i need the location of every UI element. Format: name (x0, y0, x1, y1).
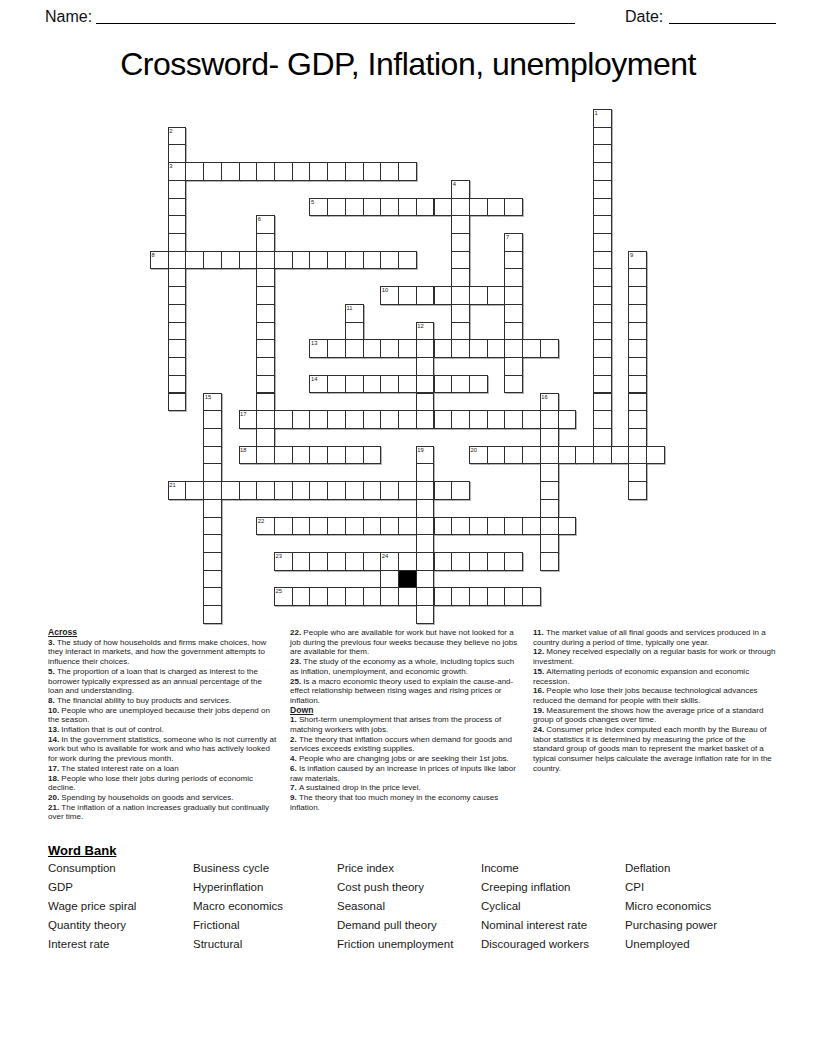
grid-cell[interactable] (434, 286, 453, 305)
grid-cell[interactable] (185, 481, 204, 500)
grid-cell[interactable] (434, 410, 453, 429)
grid-cell[interactable] (380, 162, 399, 181)
grid-cell[interactable] (274, 162, 293, 181)
grid-cell[interactable] (239, 251, 258, 270)
grid-cell[interactable] (327, 339, 346, 358)
grid-cell[interactable] (345, 481, 364, 500)
clue-number: 12 (417, 323, 423, 329)
grid-cell[interactable] (593, 357, 612, 376)
clue-number: 7 (506, 234, 509, 240)
grid-cell[interactable] (558, 517, 577, 536)
grid-cell[interactable] (593, 251, 612, 270)
clue-number: 11 (346, 305, 352, 311)
grid-cell[interactable] (504, 587, 523, 606)
grid-cell[interactable] (451, 410, 470, 429)
grid-cell[interactable] (593, 198, 612, 217)
grid-cell[interactable] (628, 322, 647, 341)
clue-number: 21 (169, 482, 175, 488)
grid-cell[interactable] (380, 570, 399, 589)
grid-cell[interactable] (168, 215, 187, 234)
grid-cell[interactable] (451, 552, 470, 571)
grid-cell[interactable] (327, 410, 346, 429)
grid-cell[interactable] (522, 410, 541, 429)
grid-cell[interactable] (256, 393, 275, 412)
grid-cell[interactable] (168, 251, 187, 270)
grid-cell[interactable] (256, 322, 275, 341)
grid-cell[interactable] (451, 251, 470, 270)
grid-cell[interactable] (540, 534, 559, 553)
grid-cell[interactable] (416, 375, 435, 394)
grid-cell[interactable] (327, 446, 346, 465)
grid-cell[interactable] (292, 552, 311, 571)
grid-cell[interactable] (416, 357, 435, 376)
grid-cell[interactable] (398, 552, 417, 571)
down-clue-1: 1. Short-term unemployment that arises f… (290, 715, 521, 734)
grid-cell[interactable] (434, 375, 453, 394)
word-bank-word: Price index (337, 862, 481, 881)
grid-cell[interactable] (292, 410, 311, 429)
grid-cell[interactable] (168, 339, 187, 358)
grid-cell[interactable] (451, 587, 470, 606)
grid-cell[interactable] (593, 286, 612, 305)
grid-cell[interactable] (416, 587, 435, 606)
grid-cell[interactable] (451, 268, 470, 287)
grid-cell[interactable] (522, 587, 541, 606)
grid-cell[interactable] (380, 339, 399, 358)
grid-cell[interactable] (309, 410, 328, 429)
down-clue-4: 4. People who are changing jobs or are s… (290, 754, 521, 764)
grid-cell[interactable] (398, 251, 417, 270)
grid-cell[interactable] (309, 162, 328, 181)
grid-cell[interactable] (256, 446, 275, 465)
grid-cell[interactable] (203, 534, 222, 553)
word-bank-word: Interest rate (48, 938, 193, 957)
grid-cell[interactable] (451, 286, 470, 305)
grid-cell[interactable] (504, 286, 523, 305)
grid-cell[interactable] (504, 198, 523, 217)
grid-cell[interactable] (185, 251, 204, 270)
grid-cell[interactable] (469, 410, 488, 429)
grid-cell[interactable] (593, 322, 612, 341)
word-bank-word: Cyclical (481, 900, 625, 919)
clue-number: 25 (276, 588, 282, 594)
grid-cell[interactable] (256, 268, 275, 287)
grid-cell[interactable] (451, 375, 470, 394)
grid-cell[interactable] (309, 481, 328, 500)
grid-cell[interactable] (628, 357, 647, 376)
grid-cell[interactable] (274, 446, 293, 465)
grid-cell[interactable] (416, 286, 435, 305)
crossword-grid: 1234567891011121314151617181920212223242… (150, 109, 666, 625)
grid-cell[interactable] (487, 446, 506, 465)
grid-cell[interactable] (327, 587, 346, 606)
grid-cell[interactable] (256, 233, 275, 252)
grid-cell[interactable] (168, 233, 187, 252)
grid-cell[interactable] (434, 587, 453, 606)
down-clue-16: 16. People who lose their jobs because t… (533, 686, 776, 705)
grid-cell[interactable] (593, 162, 612, 181)
grid-cell[interactable] (593, 233, 612, 252)
grid-cell[interactable] (416, 499, 435, 518)
grid-cell[interactable] (256, 357, 275, 376)
grid-cell[interactable] (380, 251, 399, 270)
grid-cell[interactable] (416, 605, 435, 624)
clue-number: 23 (276, 553, 282, 559)
grid-cell[interactable] (345, 162, 364, 181)
grid-cell[interactable] (451, 198, 470, 217)
grid-cell[interactable] (628, 286, 647, 305)
grid-cell[interactable] (256, 375, 275, 394)
grid-cell[interactable] (451, 215, 470, 234)
date-input-line[interactable] (669, 23, 776, 24)
grid-cell[interactable] (469, 587, 488, 606)
down-clue-15: 15. Alternating periods of economic expa… (533, 667, 776, 686)
grid-cell[interactable] (203, 481, 222, 500)
grid-cell[interactable] (256, 428, 275, 447)
grid-cell[interactable] (628, 268, 647, 287)
grid-cell[interactable] (345, 339, 364, 358)
grid-cell[interactable] (504, 446, 523, 465)
across-clue-10: 10. People who are unemployed because th… (48, 706, 278, 725)
grid-cell[interactable] (469, 286, 488, 305)
grid-cell[interactable] (363, 251, 382, 270)
grid-cell[interactable] (416, 570, 435, 589)
grid-cell[interactable] (327, 162, 346, 181)
grid-cell[interactable] (345, 322, 364, 341)
word-bank-word: Unemployed (625, 938, 780, 957)
clue-number: 2 (169, 128, 172, 134)
grid-cell[interactable] (380, 587, 399, 606)
grid-cell[interactable] (345, 251, 364, 270)
grid-cell[interactable] (628, 304, 647, 323)
grid-cell[interactable] (327, 481, 346, 500)
grid-cell[interactable] (380, 198, 399, 217)
grid-cell[interactable] (398, 481, 417, 500)
across-clue-18: 18. People who lose their jobs during pe… (48, 774, 278, 793)
grid-cell[interactable] (203, 552, 222, 571)
grid-cell[interactable] (168, 268, 187, 287)
grid-cell[interactable] (469, 339, 488, 358)
grid-cell[interactable] (416, 393, 435, 412)
grid-cell[interactable] (451, 322, 470, 341)
grid-cell[interactable] (309, 552, 328, 571)
word-bank-word: Business cycle (193, 862, 337, 881)
grid-cell[interactable] (168, 286, 187, 305)
grid-cell[interactable] (292, 446, 311, 465)
grid-cell[interactable] (345, 446, 364, 465)
grid-cell[interactable] (416, 463, 435, 482)
grid-cell[interactable] (168, 375, 187, 394)
grid-cell[interactable] (363, 587, 382, 606)
grid-cell[interactable] (398, 339, 417, 358)
grid-cell[interactable] (504, 375, 523, 394)
grid-cell[interactable] (327, 198, 346, 217)
down-heading: Down (290, 706, 521, 716)
grid-cell[interactable] (203, 428, 222, 447)
grid-cell[interactable] (380, 517, 399, 536)
grid-cell[interactable] (504, 410, 523, 429)
grid-cell[interactable] (345, 198, 364, 217)
grid-cell[interactable] (363, 162, 382, 181)
grid-cell[interactable] (363, 375, 382, 394)
grid-cell[interactable] (558, 446, 577, 465)
grid-cell[interactable] (380, 481, 399, 500)
grid-cell[interactable] (451, 233, 470, 252)
grid-cell[interactable] (504, 357, 523, 376)
grid-cell[interactable] (434, 517, 453, 536)
grid-cell[interactable] (487, 339, 506, 358)
grid-cell[interactable] (469, 517, 488, 536)
grid-cell[interactable] (309, 587, 328, 606)
clue-number: 6 (258, 216, 261, 222)
grid-cell[interactable] (185, 162, 204, 181)
grid-cell[interactable] (593, 180, 612, 199)
grid-cell[interactable] (309, 251, 328, 270)
grid-cell[interactable] (239, 481, 258, 500)
grid-cell[interactable] (469, 198, 488, 217)
grid-cell[interactable] (168, 144, 187, 163)
grid-cell[interactable] (540, 463, 559, 482)
grid-cell[interactable] (203, 570, 222, 589)
grid-cell[interactable] (487, 552, 506, 571)
grid-cell[interactable] (628, 428, 647, 447)
down-clue-9: 9. The theory that too much money in the… (290, 793, 521, 812)
grid-cell[interactable] (256, 304, 275, 323)
grid-cell[interactable] (593, 375, 612, 394)
grid-cell[interactable] (540, 339, 559, 358)
grid-cell[interactable] (628, 446, 647, 465)
grid-cell[interactable] (646, 446, 665, 465)
grid-cell[interactable] (451, 304, 470, 323)
grid-cell[interactable] (504, 251, 523, 270)
grid-cell[interactable] (540, 410, 559, 429)
grid-cell[interactable] (593, 410, 612, 429)
clue-number: 4 (453, 181, 456, 187)
grid-cell[interactable] (504, 304, 523, 323)
grid-cell[interactable] (345, 375, 364, 394)
word-bank-heading: Word Bank (48, 843, 116, 858)
grid-cell[interactable] (327, 375, 346, 394)
grid-cell[interactable] (345, 587, 364, 606)
grid-cell[interactable] (469, 375, 488, 394)
grid-cell[interactable] (292, 517, 311, 536)
grid-cell[interactable] (416, 517, 435, 536)
word-bank-word: Wage price spiral (48, 900, 193, 919)
grid-cell[interactable] (274, 251, 293, 270)
clue-number: 1 (595, 110, 598, 116)
grid-cell[interactable] (416, 481, 435, 500)
grid-cell[interactable] (504, 322, 523, 341)
word-bank-word: Discouraged workers (481, 938, 625, 957)
grid-cell[interactable] (274, 517, 293, 536)
grid-cell[interactable] (575, 446, 594, 465)
down-clue-7: 7. A sustained drop in the price level. (290, 783, 521, 793)
grid-cell[interactable] (434, 481, 453, 500)
across-clue-17: 17. The stated interest rate on a loan (48, 764, 278, 774)
grid-cell[interactable] (398, 587, 417, 606)
across-clue-21: 21. The inflation of a nation increases … (48, 803, 278, 822)
grid-cell[interactable] (398, 517, 417, 536)
grid-cell[interactable] (345, 552, 364, 571)
grid-cell[interactable] (593, 446, 612, 465)
grid-cell[interactable] (593, 428, 612, 447)
word-bank-word: GDP (48, 881, 193, 900)
clue-number: 17 (240, 411, 246, 417)
grid-cell[interactable] (416, 552, 435, 571)
down-clue-6: 6. Is inflation caused by an increase in… (290, 764, 521, 783)
grid-cell[interactable] (398, 286, 417, 305)
grid-cell[interactable] (593, 304, 612, 323)
grid-cell[interactable] (168, 198, 187, 217)
grid-cell[interactable] (168, 322, 187, 341)
grid-cell[interactable] (168, 304, 187, 323)
grid-cell[interactable] (380, 410, 399, 429)
across-clue-3: 3. The study of how households and firms… (48, 638, 278, 667)
grid-cell[interactable] (203, 410, 222, 429)
grid-cell[interactable] (256, 251, 275, 270)
grid-cell[interactable] (593, 127, 612, 146)
grid-cell[interactable] (504, 517, 523, 536)
grid-cell[interactable] (274, 481, 293, 500)
grid-cell[interactable] (380, 375, 399, 394)
grid-cell[interactable] (256, 481, 275, 500)
grid-cell[interactable] (398, 162, 417, 181)
word-bank-word: Friction unemployment (337, 938, 481, 957)
grid-cell[interactable] (504, 268, 523, 287)
grid-cell[interactable] (327, 251, 346, 270)
grid-cell[interactable] (522, 339, 541, 358)
grid-cell[interactable] (451, 517, 470, 536)
clues-column-1: Across3. The study of how households and… (48, 628, 290, 822)
down-clue-24: 24. Consumer price index computed each m… (533, 725, 776, 774)
grid-cell[interactable] (540, 552, 559, 571)
grid-cell[interactable] (327, 552, 346, 571)
across-clue-13: 13. Inflation that is out of control. (48, 725, 278, 735)
grid-cell[interactable] (540, 499, 559, 518)
grid-cell[interactable] (522, 446, 541, 465)
grid-cell[interactable] (292, 251, 311, 270)
grid-cell[interactable] (469, 552, 488, 571)
grid-cell[interactable] (451, 481, 470, 500)
grid-cell[interactable] (540, 446, 559, 465)
grid-cell[interactable] (416, 410, 435, 429)
grid-cell[interactable] (256, 286, 275, 305)
grid-cell[interactable] (221, 251, 240, 270)
grid-cell[interactable] (611, 446, 630, 465)
grid-cell[interactable] (203, 587, 222, 606)
grid-cell[interactable] (256, 162, 275, 181)
grid-cell[interactable] (203, 499, 222, 518)
grid-cell[interactable] (345, 517, 364, 536)
clue-number: 5 (311, 199, 314, 205)
grid-cell[interactable] (416, 534, 435, 553)
clue-number: 19 (417, 447, 423, 453)
grid-cell[interactable] (168, 393, 187, 412)
grid-cell[interactable] (504, 552, 523, 571)
grid-cell[interactable] (168, 357, 187, 376)
grid-cell[interactable] (487, 410, 506, 429)
grid-cell[interactable] (398, 198, 417, 217)
grid-cell[interactable] (504, 339, 523, 358)
grid-cell[interactable] (540, 517, 559, 536)
grid-cell[interactable] (487, 286, 506, 305)
grid-cell[interactable] (363, 198, 382, 217)
grid-cell[interactable] (416, 198, 435, 217)
grid-cell[interactable] (203, 517, 222, 536)
grid-cell[interactable] (256, 339, 275, 358)
grid-cell[interactable] (327, 517, 346, 536)
grid-cell[interactable] (540, 481, 559, 500)
grid-cell[interactable] (540, 428, 559, 447)
grid-cell[interactable] (221, 481, 240, 500)
grid-cell[interactable] (434, 198, 453, 217)
grid-cell[interactable] (168, 180, 187, 199)
grid-cell[interactable] (292, 587, 311, 606)
grid-cell[interactable] (256, 410, 275, 429)
grid-cell[interactable] (203, 463, 222, 482)
grid-cell[interactable] (593, 393, 612, 412)
grid-cell[interactable] (292, 481, 311, 500)
grid-cell[interactable] (487, 517, 506, 536)
grid-cell[interactable] (363, 410, 382, 429)
grid-cell[interactable] (203, 162, 222, 181)
grid-cell[interactable] (363, 517, 382, 536)
grid-cell[interactable] (593, 144, 612, 163)
grid-cell[interactable] (487, 587, 506, 606)
grid-cell[interactable] (363, 552, 382, 571)
name-input-line[interactable] (96, 23, 575, 24)
grid-cell[interactable] (345, 410, 364, 429)
name-label: Name: (45, 8, 92, 26)
grid-cell[interactable] (363, 481, 382, 500)
grid-cell[interactable] (434, 552, 453, 571)
clue-number: 20 (470, 447, 476, 453)
grid-cell[interactable] (221, 162, 240, 181)
grid-cell[interactable] (416, 339, 435, 358)
grid-cell[interactable] (593, 339, 612, 358)
grid-cell[interactable] (239, 162, 258, 181)
grid-cell[interactable] (309, 446, 328, 465)
grid-cell[interactable] (292, 162, 311, 181)
grid-cell[interactable] (274, 410, 293, 429)
grid-cell[interactable] (309, 517, 328, 536)
down-clue-2: 2. The theory that inflation occurs when… (290, 735, 521, 754)
grid-cell[interactable] (363, 339, 382, 358)
grid-cell[interactable] (203, 605, 222, 624)
grid-cell[interactable] (593, 215, 612, 234)
grid-cell[interactable] (628, 339, 647, 358)
grid-cell[interactable] (203, 251, 222, 270)
grid-cell[interactable] (628, 375, 647, 394)
grid-cell[interactable] (487, 198, 506, 217)
grid-cell[interactable] (434, 339, 453, 358)
grid-cell[interactable] (628, 393, 647, 412)
grid-cell[interactable] (451, 339, 470, 358)
grid-cell[interactable] (628, 463, 647, 482)
grid-cell[interactable] (398, 410, 417, 429)
grid-cell[interactable] (593, 268, 612, 287)
clue-number: 9 (630, 252, 633, 258)
grid-cell[interactable] (628, 410, 647, 429)
grid-cell[interactable] (522, 517, 541, 536)
grid-cell[interactable] (203, 446, 222, 465)
word-bank-word: Frictional (193, 919, 337, 938)
grid-cell[interactable] (398, 375, 417, 394)
grid-cell[interactable] (628, 481, 647, 500)
word-bank-word: Cost push theory (337, 881, 481, 900)
grid-cell[interactable] (558, 410, 577, 429)
grid-cell[interactable] (363, 446, 382, 465)
